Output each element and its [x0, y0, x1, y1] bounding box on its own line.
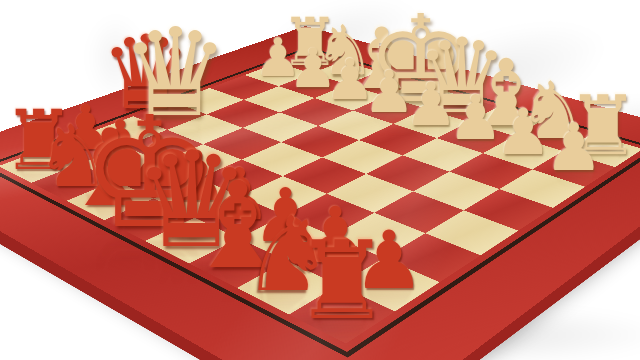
photo-stage: ♜♜♞♞♝♝♛♛♚♚♝♝♞♞♜♜♟♟♟♟♟♟♟♟♟♟♟♟♟♟♟♟♟♟♟♟♟♟♟♟…: [0, 0, 640, 360]
